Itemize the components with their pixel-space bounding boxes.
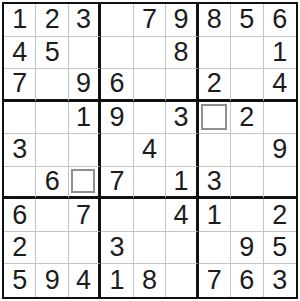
- cell-r5c7[interactable]: [199, 134, 231, 167]
- cell-r3c5[interactable]: [134, 69, 166, 102]
- given-digit: 2: [207, 70, 222, 97]
- given-digit: 1: [207, 202, 222, 229]
- cell-r4c1[interactable]: [4, 102, 36, 135]
- given-digit: 4: [142, 136, 157, 163]
- cell-r4c5[interactable]: [134, 102, 166, 135]
- cell-r4c6[interactable]: 3: [166, 102, 198, 135]
- cell-r1c5[interactable]: 7: [134, 4, 166, 37]
- cell-r7c2[interactable]: [36, 199, 68, 232]
- cell-r6c5[interactable]: [134, 167, 166, 200]
- cell-r1c6[interactable]: 9: [166, 4, 198, 37]
- cell-r4c2[interactable]: [36, 102, 68, 135]
- given-digit: 3: [76, 6, 91, 33]
- given-digit: 1: [110, 267, 125, 294]
- cell-r4c4[interactable]: 9: [101, 102, 133, 135]
- cell-r1c1[interactable]: 1: [4, 4, 36, 37]
- cell-r4c9[interactable]: [264, 102, 296, 135]
- given-digit: 5: [239, 6, 254, 33]
- cell-r5c4[interactable]: [101, 134, 133, 167]
- cell-r3c7[interactable]: 2: [199, 69, 231, 102]
- cell-r9c3[interactable]: 4: [69, 264, 101, 297]
- cell-r5c1[interactable]: 3: [4, 134, 36, 167]
- given-digit: 2: [12, 234, 27, 261]
- cell-r6c6[interactable]: 1: [166, 167, 198, 200]
- cell-r5c9[interactable]: 9: [264, 134, 296, 167]
- cell-r8c7[interactable]: [199, 232, 231, 265]
- cell-r1c9[interactable]: 6: [264, 4, 296, 37]
- cell-r6c8[interactable]: [231, 167, 263, 200]
- cell-r9c9[interactable]: 3: [264, 264, 296, 297]
- sudoku-page: 1237985645817962419323496713674122395594…: [0, 0, 300, 301]
- cell-r3c9[interactable]: 4: [264, 69, 296, 102]
- cell-r2c4[interactable]: [101, 37, 133, 70]
- cell-r7c4[interactable]: [101, 199, 133, 232]
- given-digit: 5: [272, 234, 287, 261]
- given-digit: 7: [142, 6, 157, 33]
- given-digit: 7: [76, 202, 91, 229]
- cell-r9c4[interactable]: 1: [101, 264, 133, 297]
- given-digit: 9: [272, 136, 287, 163]
- cell-r3c3[interactable]: 9: [69, 69, 101, 102]
- given-digit: 1: [76, 104, 91, 131]
- cell-r1c7[interactable]: 8: [199, 4, 231, 37]
- given-digit: 9: [173, 6, 188, 33]
- cell-r9c8[interactable]: 6: [231, 264, 263, 297]
- cell-r2c1[interactable]: 4: [4, 37, 36, 70]
- cell-r5c6[interactable]: [166, 134, 198, 167]
- cell-r8c5[interactable]: [134, 232, 166, 265]
- given-digit: 5: [45, 39, 60, 66]
- cell-r9c2[interactable]: 9: [36, 264, 68, 297]
- cell-r8c8[interactable]: 9: [231, 232, 263, 265]
- given-digit: 1: [12, 6, 27, 33]
- cell-r2c7[interactable]: [199, 37, 231, 70]
- cell-r2c8[interactable]: [231, 37, 263, 70]
- cell-r8c4[interactable]: 3: [101, 232, 133, 265]
- cell-r6c3[interactable]: [69, 167, 101, 200]
- given-digit: 8: [173, 39, 188, 66]
- given-digit: 6: [272, 6, 287, 33]
- cell-r2c9[interactable]: 1: [264, 37, 296, 70]
- cell-r3c8[interactable]: [231, 69, 263, 102]
- cell-r5c8[interactable]: [231, 134, 263, 167]
- given-digit: 4: [76, 267, 91, 294]
- cell-r1c8[interactable]: 5: [231, 4, 263, 37]
- given-digit: 6: [12, 202, 27, 229]
- given-digit: 4: [173, 202, 188, 229]
- given-digit: 9: [76, 70, 91, 97]
- given-digit: 6: [239, 267, 254, 294]
- given-digit: 3: [110, 234, 125, 261]
- given-digit: 4: [272, 70, 287, 97]
- cell-r5c5[interactable]: 4: [134, 134, 166, 167]
- cell-r7c6[interactable]: 4: [166, 199, 198, 232]
- given-digit: 9: [45, 267, 60, 294]
- cell-r7c5[interactable]: [134, 199, 166, 232]
- marked-cell-outline: [201, 104, 227, 131]
- cell-r5c2[interactable]: [36, 134, 68, 167]
- given-digit: 9: [110, 104, 125, 131]
- cell-r6c2[interactable]: 6: [36, 167, 68, 200]
- given-digit: 2: [45, 6, 60, 33]
- given-digit: 2: [272, 202, 287, 229]
- cell-r7c7[interactable]: 1: [199, 199, 231, 232]
- given-digit: 6: [45, 168, 60, 195]
- given-digit: 2: [239, 104, 254, 131]
- given-digit: 3: [12, 136, 27, 163]
- given-digit: 9: [239, 234, 254, 261]
- cell-r1c3[interactable]: 3: [69, 4, 101, 37]
- cell-r7c1[interactable]: 6: [4, 199, 36, 232]
- given-digit: 5: [12, 267, 27, 294]
- given-digit: 1: [173, 168, 188, 195]
- given-digit: 3: [173, 104, 188, 131]
- cell-r2c6[interactable]: 8: [166, 37, 198, 70]
- given-digit: 7: [12, 70, 27, 97]
- cell-r6c9[interactable]: [264, 167, 296, 200]
- cell-r6c7[interactable]: 3: [199, 167, 231, 200]
- cell-r9c6[interactable]: [166, 264, 198, 297]
- cell-r3c6[interactable]: [166, 69, 198, 102]
- cell-r5c3[interactable]: [69, 134, 101, 167]
- given-digit: 3: [207, 168, 222, 195]
- cell-r1c4[interactable]: [101, 4, 133, 37]
- cell-r8c2[interactable]: [36, 232, 68, 265]
- cell-r2c3[interactable]: [69, 37, 101, 70]
- given-digit: 3: [272, 267, 287, 294]
- cell-r1c2[interactable]: 2: [36, 4, 68, 37]
- cell-r8c9[interactable]: 5: [264, 232, 296, 265]
- cell-r4c7[interactable]: [199, 102, 231, 135]
- cell-r4c3[interactable]: 1: [69, 102, 101, 135]
- given-digit: 6: [110, 70, 125, 97]
- cell-r8c1[interactable]: 2: [4, 232, 36, 265]
- cell-r7c3[interactable]: 7: [69, 199, 101, 232]
- cell-r2c5[interactable]: [134, 37, 166, 70]
- cell-r6c1[interactable]: [4, 167, 36, 200]
- cell-r7c8[interactable]: [231, 199, 263, 232]
- cell-r9c1[interactable]: 5: [4, 264, 36, 297]
- sudoku-board: 1237985645817962419323496713674122395594…: [2, 2, 298, 299]
- cell-r8c6[interactable]: [166, 232, 198, 265]
- cell-r3c2[interactable]: [36, 69, 68, 102]
- cell-r7c9[interactable]: 2: [264, 199, 296, 232]
- given-digit: 7: [110, 168, 125, 195]
- given-digit: 8: [207, 6, 222, 33]
- cell-r4c8[interactable]: 2: [231, 102, 263, 135]
- given-digit: 1: [272, 39, 287, 66]
- cell-r8c3[interactable]: [69, 232, 101, 265]
- cell-r2c2[interactable]: 5: [36, 37, 68, 70]
- given-digit: 7: [207, 267, 222, 294]
- given-digit: 4: [12, 39, 27, 66]
- marked-cell-outline: [71, 169, 95, 194]
- cell-r3c1[interactable]: 7: [4, 69, 36, 102]
- cell-r9c7[interactable]: 7: [199, 264, 231, 297]
- cell-r9c5[interactable]: 8: [134, 264, 166, 297]
- cell-r6c4[interactable]: 7: [101, 167, 133, 200]
- cell-r3c4[interactable]: 6: [101, 69, 133, 102]
- given-digit: 8: [142, 267, 157, 294]
